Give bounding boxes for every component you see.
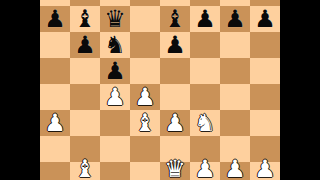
piece-white-bishop[interactable]: ♝ (74, 157, 96, 180)
square-a1[interactable] (40, 162, 70, 180)
square-f5[interactable] (190, 58, 220, 84)
square-h5[interactable] (250, 58, 280, 84)
piece-white-pawn[interactable]: ♟ (224, 157, 246, 180)
square-g6[interactable] (220, 32, 250, 58)
square-b3[interactable] (70, 110, 100, 136)
square-a5[interactable] (40, 58, 70, 84)
chess-app-frame: ♟♝♛♝♟♟♟♟♞♟♟♟♟♟♝♟♞♝♛♟♟♟ (0, 0, 320, 180)
square-d2[interactable] (130, 136, 160, 162)
piece-white-pawn[interactable]: ♟ (194, 157, 216, 180)
square-b5[interactable] (70, 58, 100, 84)
square-c2[interactable] (100, 136, 130, 162)
square-g1[interactable]: ♟ (220, 162, 250, 180)
square-e4[interactable] (160, 84, 190, 110)
piece-white-pawn[interactable]: ♟ (254, 157, 276, 180)
square-e6[interactable]: ♟ (160, 32, 190, 58)
square-g4[interactable] (220, 84, 250, 110)
square-c5[interactable]: ♟ (100, 58, 130, 84)
square-c3[interactable] (100, 110, 130, 136)
piece-black-knight[interactable]: ♞ (104, 33, 126, 57)
square-h3[interactable] (250, 110, 280, 136)
square-b6[interactable]: ♟ (70, 32, 100, 58)
square-b4[interactable] (70, 84, 100, 110)
piece-black-bishop[interactable]: ♝ (164, 7, 186, 31)
square-h4[interactable] (250, 84, 280, 110)
square-h6[interactable] (250, 32, 280, 58)
square-f7[interactable]: ♟ (190, 6, 220, 32)
square-e5[interactable] (160, 58, 190, 84)
square-f4[interactable] (190, 84, 220, 110)
square-e7[interactable]: ♝ (160, 6, 190, 32)
piece-black-pawn[interactable]: ♟ (254, 7, 276, 31)
square-e3[interactable]: ♟ (160, 110, 190, 136)
square-a7[interactable]: ♟ (40, 6, 70, 32)
piece-white-knight[interactable]: ♞ (194, 111, 216, 135)
square-c4[interactable]: ♟ (100, 84, 130, 110)
square-d7[interactable] (130, 6, 160, 32)
square-a4[interactable] (40, 84, 70, 110)
piece-white-queen[interactable]: ♛ (164, 157, 186, 180)
piece-white-bishop[interactable]: ♝ (134, 111, 156, 135)
piece-black-pawn[interactable]: ♟ (44, 7, 66, 31)
square-g7[interactable]: ♟ (220, 6, 250, 32)
square-a2[interactable] (40, 136, 70, 162)
piece-white-pawn[interactable]: ♟ (134, 85, 156, 109)
square-a3[interactable]: ♟ (40, 110, 70, 136)
square-c7[interactable]: ♛ (100, 6, 130, 32)
letterbox-right (280, 0, 320, 180)
square-d1[interactable] (130, 162, 160, 180)
square-b7[interactable]: ♝ (70, 6, 100, 32)
square-h1[interactable]: ♟ (250, 162, 280, 180)
square-a6[interactable] (40, 32, 70, 58)
square-d3[interactable]: ♝ (130, 110, 160, 136)
square-e1[interactable]: ♛ (160, 162, 190, 180)
square-c1[interactable] (100, 162, 130, 180)
square-d4[interactable]: ♟ (130, 84, 160, 110)
letterbox-left (0, 0, 40, 180)
square-f1[interactable]: ♟ (190, 162, 220, 180)
piece-black-pawn[interactable]: ♟ (104, 59, 126, 83)
square-f3[interactable]: ♞ (190, 110, 220, 136)
piece-black-pawn[interactable]: ♟ (194, 7, 216, 31)
chess-board[interactable]: ♟♝♛♝♟♟♟♟♞♟♟♟♟♟♝♟♞♝♛♟♟♟ (40, 0, 280, 180)
piece-white-pawn[interactable]: ♟ (44, 111, 66, 135)
square-b1[interactable]: ♝ (70, 162, 100, 180)
square-c6[interactable]: ♞ (100, 32, 130, 58)
piece-black-pawn[interactable]: ♟ (74, 33, 96, 57)
square-f6[interactable] (190, 32, 220, 58)
piece-black-pawn[interactable]: ♟ (164, 33, 186, 57)
square-g3[interactable] (220, 110, 250, 136)
piece-black-bishop[interactable]: ♝ (74, 7, 96, 31)
square-h7[interactable]: ♟ (250, 6, 280, 32)
square-d6[interactable] (130, 32, 160, 58)
square-d5[interactable] (130, 58, 160, 84)
piece-black-queen[interactable]: ♛ (104, 7, 126, 31)
square-g5[interactable] (220, 58, 250, 84)
piece-white-pawn[interactable]: ♟ (104, 85, 126, 109)
piece-black-pawn[interactable]: ♟ (224, 7, 246, 31)
piece-white-pawn[interactable]: ♟ (164, 111, 186, 135)
